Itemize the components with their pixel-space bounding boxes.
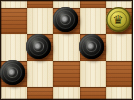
board-square-r1c2[interactable] [53, 8, 80, 35]
board-square-r3c4[interactable] [106, 61, 133, 88]
checker-piece-black[interactable] [0, 60, 25, 85]
board-square-r0c5[interactable] [133, 0, 134, 8]
board-square-r3c1[interactable] [27, 61, 54, 88]
board-square-r4c0[interactable] [0, 87, 27, 100]
board-square-r1c5[interactable] [133, 8, 134, 35]
board-square-r1c4[interactable]: ♛ [106, 8, 133, 35]
checker-piece-black[interactable] [79, 34, 104, 59]
board-square-r2c5[interactable] [133, 34, 134, 61]
board-square-r2c1[interactable] [27, 34, 54, 61]
checker-piece-black[interactable] [53, 7, 78, 32]
board-square-r1c0[interactable] [0, 8, 27, 35]
board-square-r0c3[interactable] [80, 0, 107, 8]
board-square-r1c1[interactable] [27, 8, 54, 35]
board-square-r2c3[interactable] [80, 34, 107, 61]
board-square-r3c3[interactable] [80, 61, 107, 88]
checker-piece-gold-king[interactable]: ♛ [106, 7, 131, 32]
crown-icon: ♛ [113, 13, 124, 25]
board-square-r2c4[interactable] [106, 34, 133, 61]
checker-piece-black[interactable] [26, 34, 51, 59]
board-square-r3c2[interactable] [53, 61, 80, 88]
board-square-r2c0[interactable] [0, 34, 27, 61]
board-square-r4c5[interactable] [133, 87, 134, 100]
board-square-r4c1[interactable] [27, 87, 54, 100]
board-square-r0c1[interactable] [27, 0, 54, 8]
game-window: ♛ [0, 0, 133, 100]
board-square-r3c0[interactable] [0, 61, 27, 88]
checkers-board: ♛ [0, 0, 133, 100]
board-square-r3c5[interactable] [133, 61, 134, 88]
board-square-r1c3[interactable] [80, 8, 107, 35]
board-square-r0c0[interactable] [0, 0, 27, 8]
board-square-r4c3[interactable] [80, 87, 107, 100]
board-square-r4c2[interactable] [53, 87, 80, 100]
board-square-r4c4[interactable] [106, 87, 133, 100]
board-square-r2c2[interactable] [53, 34, 80, 61]
